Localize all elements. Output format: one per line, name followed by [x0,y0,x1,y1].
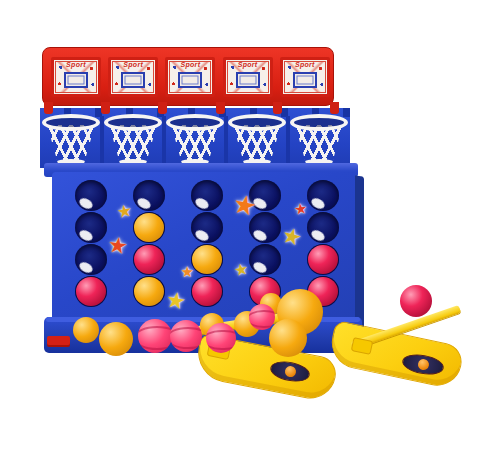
red-clip [44,102,53,114]
star-sticker: ★ [115,201,133,220]
basket-net [231,125,283,165]
star-sticker: ★ [107,234,130,259]
board-hole [133,212,165,243]
toy-basketball-connect4-scene: SportSportSportSportSport ★★★★★★★★ [0,0,500,450]
basket-net [169,125,221,165]
basket [104,112,162,168]
board-hole [191,180,223,211]
board-ball-orange [134,213,164,242]
board-ball-red [134,245,164,274]
backboard-target [178,72,202,88]
backboard-target [64,72,88,88]
star-sticker: ★ [293,200,308,217]
backboard-bar: SportSportSportSportSport [42,47,334,106]
board-hole [191,212,223,243]
board-hole [307,212,339,243]
red-clip [101,102,110,114]
backboard-target [121,72,145,88]
board-hole [133,180,165,211]
red-clip [216,102,225,114]
basket-rim [42,114,100,131]
backboard-target [236,72,260,88]
basket-net [107,125,159,165]
tray-red-slider [47,336,70,345]
board-ball-orange [134,277,164,306]
board-hole [307,180,339,211]
star-sticker: ★ [181,264,194,279]
board-hole [307,244,339,275]
board-hole [75,276,107,307]
backboard-logo: Sport [283,61,327,69]
basket-rim [290,114,348,131]
backboard-logo: Sport [168,61,212,69]
basket [42,112,100,168]
red-clip [273,102,282,114]
board-hole [75,244,107,275]
basket-rim [166,114,224,131]
loose-ball [206,323,236,353]
board-hole [75,212,107,243]
board-hole [191,244,223,275]
red-clip [330,102,339,114]
board-hole [133,276,165,307]
basket-rim [104,114,162,131]
backboard: Sport [223,57,273,97]
star-sticker: ★ [232,261,249,280]
basket [290,112,348,168]
board-hole [249,244,281,275]
loose-ball [73,317,99,343]
launcher-right-loaded-ball [400,285,432,317]
backboard: Sport [165,57,215,97]
board-hole [133,244,165,275]
basket-rim [228,114,286,131]
basket [228,112,286,168]
backboard: Sport [51,57,101,97]
backboard-logo: Sport [111,61,155,69]
red-clip [158,102,167,114]
board-hole [75,180,107,211]
launcher-left-ball-bottom [269,319,307,357]
backboard-logo: Sport [54,61,98,69]
board-ball-red [76,277,106,306]
board-ball-red [308,245,338,274]
basket-net [45,125,97,165]
board-hole [191,276,223,307]
star-sticker: ★ [164,288,187,313]
backboard: Sport [280,57,330,97]
loose-ball [99,322,133,356]
basket-net [293,125,345,165]
board-ball-orange [192,245,222,274]
backboard-logo: Sport [226,61,270,69]
hoop-wall [40,108,350,168]
loose-ball [249,304,275,330]
board-ball-red [192,277,222,306]
basket [166,112,224,168]
backboard: Sport [108,57,158,97]
loose-ball [138,319,172,353]
backboard-target [293,72,317,88]
loose-ball [170,320,202,352]
